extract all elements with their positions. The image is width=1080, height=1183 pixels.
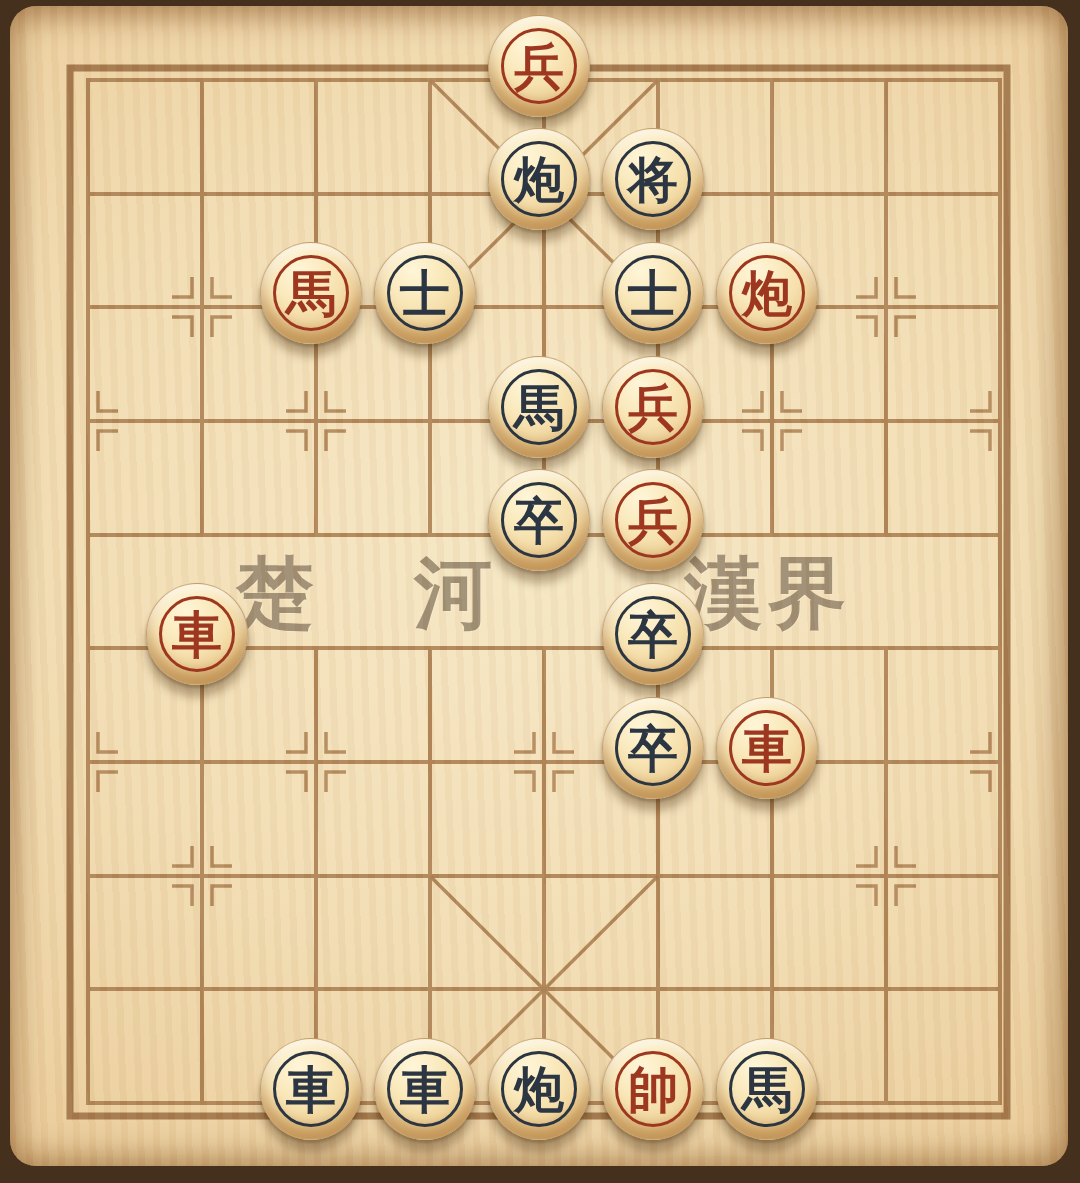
piece-glyph: 炮 xyxy=(742,269,792,319)
intersection-f6-r3[interactable]: 兵 xyxy=(601,364,715,478)
piece-black-advisor[interactable]: 士 xyxy=(374,242,476,344)
piece-black-horse[interactable]: 馬 xyxy=(716,1038,818,1140)
piece-ring: 将 xyxy=(615,141,691,217)
intersection-f6-r5[interactable]: 卒 xyxy=(601,591,715,705)
piece-ring: 帥 xyxy=(615,1051,691,1127)
piece-glyph: 車 xyxy=(400,1065,450,1115)
piece-glyph: 卒 xyxy=(628,724,678,774)
piece-ring: 炮 xyxy=(501,141,577,217)
intersection-f5-r9[interactable]: 炮 xyxy=(487,1046,601,1160)
piece-glyph: 馬 xyxy=(286,269,336,319)
piece-black-general[interactable]: 将 xyxy=(602,128,704,230)
piece-ring: 卒 xyxy=(501,482,577,558)
piece-ring: 兵 xyxy=(615,369,691,445)
intersection-f5-r0[interactable]: 兵 xyxy=(487,23,601,137)
piece-ring: 卒 xyxy=(615,710,691,786)
intersection-f4-r2[interactable]: 士 xyxy=(373,250,487,364)
piece-black-advisor[interactable]: 士 xyxy=(602,242,704,344)
piece-red-chariot[interactable]: 車 xyxy=(716,697,818,799)
piece-glyph: 兵 xyxy=(514,42,564,92)
piece-grid: 兵炮将馬士士炮馬兵卒兵車卒卒車車車炮帥馬 xyxy=(31,23,1057,1160)
piece-black-chariot[interactable]: 車 xyxy=(260,1038,362,1140)
piece-glyph: 兵 xyxy=(628,383,678,433)
intersection-f7-r2[interactable]: 炮 xyxy=(715,250,829,364)
piece-glyph: 車 xyxy=(172,610,222,660)
piece-glyph: 車 xyxy=(286,1065,336,1115)
piece-ring: 炮 xyxy=(501,1051,577,1127)
piece-black-chariot[interactable]: 車 xyxy=(374,1038,476,1140)
piece-glyph: 士 xyxy=(628,269,678,319)
piece-glyph: 士 xyxy=(400,269,450,319)
intersection-f5-r3[interactable]: 馬 xyxy=(487,364,601,478)
piece-glyph: 馬 xyxy=(514,383,564,433)
piece-glyph: 馬 xyxy=(742,1065,792,1115)
piece-black-soldier[interactable]: 卒 xyxy=(602,697,704,799)
piece-ring: 車 xyxy=(273,1051,349,1127)
intersection-f6-r2[interactable]: 士 xyxy=(601,250,715,364)
piece-ring: 馬 xyxy=(729,1051,805,1127)
piece-glyph: 卒 xyxy=(514,496,564,546)
piece-ring: 車 xyxy=(729,710,805,786)
piece-red-cannon[interactable]: 炮 xyxy=(716,242,818,344)
piece-red-chariot[interactable]: 車 xyxy=(146,583,248,685)
intersection-f7-r6[interactable]: 車 xyxy=(715,705,829,819)
intersection-f5-r4[interactable]: 卒 xyxy=(487,478,601,592)
piece-black-cannon[interactable]: 炮 xyxy=(488,128,590,230)
piece-black-horse[interactable]: 馬 xyxy=(488,356,590,458)
piece-glyph: 炮 xyxy=(514,1065,564,1115)
piece-red-soldier[interactable]: 兵 xyxy=(488,15,590,117)
piece-ring: 士 xyxy=(615,255,691,331)
piece-glyph: 卒 xyxy=(628,610,678,660)
piece-black-soldier[interactable]: 卒 xyxy=(602,583,704,685)
piece-red-soldier[interactable]: 兵 xyxy=(602,356,704,458)
piece-red-horse[interactable]: 馬 xyxy=(260,242,362,344)
intersection-f4-r9[interactable]: 車 xyxy=(373,1046,487,1160)
piece-red-general[interactable]: 帥 xyxy=(602,1038,704,1140)
intersection-f6-r1[interactable]: 将 xyxy=(601,137,715,251)
piece-black-cannon[interactable]: 炮 xyxy=(488,1038,590,1140)
piece-ring: 卒 xyxy=(615,596,691,672)
piece-glyph: 兵 xyxy=(628,496,678,546)
intersection-f5-r1[interactable]: 炮 xyxy=(487,137,601,251)
intersection-f3-r9[interactable]: 車 xyxy=(259,1046,373,1160)
intersection-f7-r9[interactable]: 馬 xyxy=(715,1046,829,1160)
piece-ring: 車 xyxy=(387,1051,463,1127)
piece-glyph: 炮 xyxy=(514,155,564,205)
piece-ring: 兵 xyxy=(615,482,691,558)
piece-black-soldier[interactable]: 卒 xyxy=(488,469,590,571)
intersection-f6-r9[interactable]: 帥 xyxy=(601,1046,715,1160)
intersection-f3-r2[interactable]: 馬 xyxy=(259,250,373,364)
piece-glyph: 車 xyxy=(742,724,792,774)
piece-ring: 車 xyxy=(159,596,235,672)
piece-ring: 馬 xyxy=(273,255,349,331)
intersection-f6-r4[interactable]: 兵 xyxy=(601,478,715,592)
intersection-f6-r6[interactable]: 卒 xyxy=(601,705,715,819)
piece-ring: 兵 xyxy=(501,28,577,104)
piece-ring: 馬 xyxy=(501,369,577,445)
piece-glyph: 帥 xyxy=(628,1065,678,1115)
piece-red-soldier[interactable]: 兵 xyxy=(602,469,704,571)
piece-ring: 炮 xyxy=(729,255,805,331)
piece-glyph: 将 xyxy=(628,155,678,205)
piece-ring: 士 xyxy=(387,255,463,331)
intersection-f2-r5[interactable]: 車 xyxy=(145,591,259,705)
